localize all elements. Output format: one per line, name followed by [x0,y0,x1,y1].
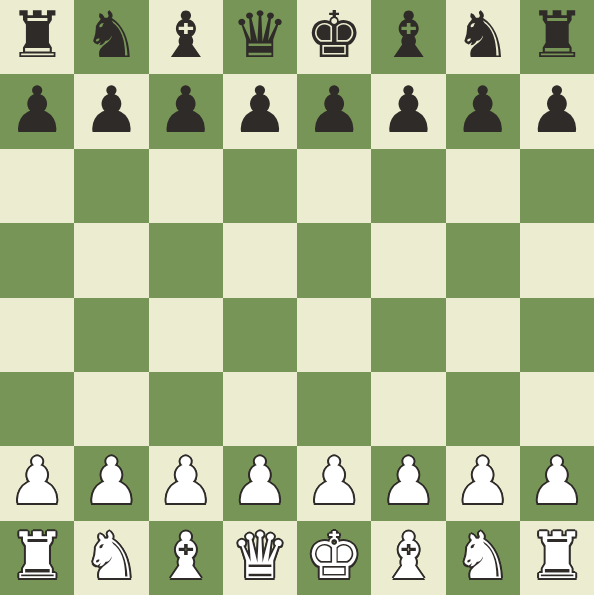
square-a5[interactable] [0,223,74,297]
square-h8[interactable]: ♜ [520,0,594,74]
square-h1[interactable]: ♜ [520,521,594,595]
square-h5[interactable] [520,223,594,297]
piece-black-pawn[interactable]: ♟ [305,78,362,142]
square-c8[interactable]: ♝ [149,0,223,74]
square-f2[interactable]: ♟ [371,446,445,520]
square-c6[interactable] [149,149,223,223]
piece-black-knight[interactable]: ♞ [83,3,140,67]
square-g8[interactable]: ♞ [446,0,520,74]
square-d1[interactable]: ♛ [223,521,297,595]
square-b2[interactable]: ♟ [74,446,148,520]
square-a7[interactable]: ♟ [0,74,74,148]
square-d2[interactable]: ♟ [223,446,297,520]
square-c4[interactable] [149,298,223,372]
piece-white-knight[interactable]: ♞ [454,524,511,588]
piece-black-pawn[interactable]: ♟ [8,78,65,142]
square-a1[interactable]: ♜ [0,521,74,595]
chess-board: ♜♞♝♛♚♝♞♜♟♟♟♟♟♟♟♟♟♟♟♟♟♟♟♟♜♞♝♛♚♝♞♜ [0,0,594,595]
piece-black-queen[interactable]: ♛ [231,3,288,67]
square-e5[interactable] [297,223,371,297]
square-b5[interactable] [74,223,148,297]
square-f1[interactable]: ♝ [371,521,445,595]
piece-white-pawn[interactable]: ♟ [83,449,140,513]
piece-black-pawn[interactable]: ♟ [528,78,585,142]
piece-black-pawn[interactable]: ♟ [454,78,511,142]
square-d7[interactable]: ♟ [223,74,297,148]
square-g2[interactable]: ♟ [446,446,520,520]
square-f4[interactable] [371,298,445,372]
piece-white-pawn[interactable]: ♟ [454,449,511,513]
square-e6[interactable] [297,149,371,223]
square-f5[interactable] [371,223,445,297]
square-f6[interactable] [371,149,445,223]
square-d6[interactable] [223,149,297,223]
piece-white-pawn[interactable]: ♟ [528,449,585,513]
square-e3[interactable] [297,372,371,446]
piece-white-knight[interactable]: ♞ [83,524,140,588]
square-e1[interactable]: ♚ [297,521,371,595]
square-g3[interactable] [446,372,520,446]
square-h3[interactable] [520,372,594,446]
square-e2[interactable]: ♟ [297,446,371,520]
piece-black-rook[interactable]: ♜ [8,3,65,67]
square-d4[interactable] [223,298,297,372]
square-g5[interactable] [446,223,520,297]
piece-white-pawn[interactable]: ♟ [305,449,362,513]
square-e4[interactable] [297,298,371,372]
piece-black-pawn[interactable]: ♟ [380,78,437,142]
square-a8[interactable]: ♜ [0,0,74,74]
square-g6[interactable] [446,149,520,223]
square-f8[interactable]: ♝ [371,0,445,74]
piece-white-queen[interactable]: ♛ [231,524,288,588]
square-d8[interactable]: ♛ [223,0,297,74]
piece-black-bishop[interactable]: ♝ [380,3,437,67]
piece-white-bishop[interactable]: ♝ [380,524,437,588]
square-e8[interactable]: ♚ [297,0,371,74]
piece-black-pawn[interactable]: ♟ [157,78,214,142]
square-h7[interactable]: ♟ [520,74,594,148]
piece-black-bishop[interactable]: ♝ [157,3,214,67]
square-b6[interactable] [74,149,148,223]
square-c5[interactable] [149,223,223,297]
square-c3[interactable] [149,372,223,446]
piece-black-pawn[interactable]: ♟ [83,78,140,142]
square-b1[interactable]: ♞ [74,521,148,595]
square-b3[interactable] [74,372,148,446]
piece-white-pawn[interactable]: ♟ [231,449,288,513]
piece-black-rook[interactable]: ♜ [528,3,585,67]
piece-white-pawn[interactable]: ♟ [380,449,437,513]
square-f3[interactable] [371,372,445,446]
piece-white-pawn[interactable]: ♟ [8,449,65,513]
square-h4[interactable] [520,298,594,372]
square-b4[interactable] [74,298,148,372]
square-d5[interactable] [223,223,297,297]
piece-white-rook[interactable]: ♜ [528,524,585,588]
piece-white-king[interactable]: ♚ [305,524,362,588]
piece-white-pawn[interactable]: ♟ [157,449,214,513]
square-a4[interactable] [0,298,74,372]
square-g7[interactable]: ♟ [446,74,520,148]
square-c2[interactable]: ♟ [149,446,223,520]
square-d3[interactable] [223,372,297,446]
square-b7[interactable]: ♟ [74,74,148,148]
square-c1[interactable]: ♝ [149,521,223,595]
square-g1[interactable]: ♞ [446,521,520,595]
piece-white-bishop[interactable]: ♝ [157,524,214,588]
square-c7[interactable]: ♟ [149,74,223,148]
square-h6[interactable] [520,149,594,223]
square-h2[interactable]: ♟ [520,446,594,520]
square-b8[interactable]: ♞ [74,0,148,74]
square-e7[interactable]: ♟ [297,74,371,148]
square-a2[interactable]: ♟ [0,446,74,520]
square-a6[interactable] [0,149,74,223]
square-g4[interactable] [446,298,520,372]
piece-white-rook[interactable]: ♜ [8,524,65,588]
piece-black-king[interactable]: ♚ [305,3,362,67]
piece-black-pawn[interactable]: ♟ [231,78,288,142]
piece-black-knight[interactable]: ♞ [454,3,511,67]
square-a3[interactable] [0,372,74,446]
square-f7[interactable]: ♟ [371,74,445,148]
